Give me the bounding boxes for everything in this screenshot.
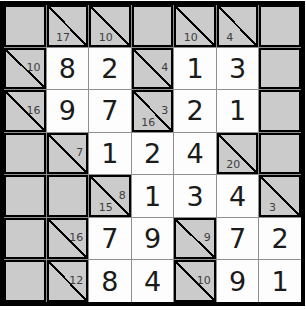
- cell-r1c2[interactable]: 2: [89, 48, 131, 90]
- entry-value: 2: [144, 138, 161, 169]
- entry-value: 7: [101, 95, 118, 126]
- cell-r6c6[interactable]: 1: [259, 260, 301, 302]
- entry-value: 4: [186, 138, 203, 169]
- clue-down-label: 15: [99, 202, 113, 214]
- clue-down-label: 10: [184, 32, 198, 44]
- clue-down-label: 17: [56, 32, 70, 44]
- cell-r5c4: 9: [174, 218, 216, 260]
- entry-value: 8: [59, 53, 76, 84]
- cell-r0c2: 10: [89, 5, 131, 47]
- cell-r6c3[interactable]: 4: [132, 260, 174, 302]
- cell-r3c3[interactable]: 2: [132, 133, 174, 175]
- cell-r3c0: [4, 133, 46, 175]
- clue-right-label: 3: [161, 105, 168, 117]
- entry-value: 2: [272, 223, 289, 254]
- clue-right-label: 8: [119, 190, 126, 202]
- clue-right-label: 16: [69, 232, 83, 244]
- cell-r0c0: [4, 5, 46, 47]
- entry-value: 1: [186, 53, 203, 84]
- cell-r4c3[interactable]: 1: [132, 175, 174, 217]
- kakuro-board: 1710104108241316971632171242015813431679…: [0, 1, 305, 306]
- cell-r0c3: [132, 5, 174, 47]
- cell-r2c6: [259, 90, 301, 132]
- entry-value: 2: [186, 95, 203, 126]
- cell-r2c2[interactable]: 7: [89, 90, 131, 132]
- cell-r5c5[interactable]: 7: [217, 218, 259, 260]
- clue-right-label: 7: [76, 147, 83, 159]
- cell-r6c2[interactable]: 8: [89, 260, 131, 302]
- cell-r6c4: 10: [174, 260, 216, 302]
- cell-r1c3: 4: [132, 48, 174, 90]
- cell-r4c1: [47, 175, 89, 217]
- cell-r0c1: 17: [47, 5, 89, 47]
- clue-right-label: 4: [161, 62, 168, 74]
- clue-down-label: 3: [269, 202, 276, 214]
- cell-r2c1[interactable]: 9: [47, 90, 89, 132]
- cell-r2c0: 16: [4, 90, 46, 132]
- cell-r4c5[interactable]: 4: [217, 175, 259, 217]
- cell-r3c2[interactable]: 1: [89, 133, 131, 175]
- clue-down-label: 10: [99, 32, 113, 44]
- cell-r1c4[interactable]: 1: [174, 48, 216, 90]
- cell-r1c6: [259, 48, 301, 90]
- cell-r0c6: [259, 5, 301, 47]
- cell-r6c5[interactable]: 9: [217, 260, 259, 302]
- cell-r4c2: 158: [89, 175, 131, 217]
- clue-right-label: 10: [27, 62, 41, 74]
- cell-r0c4: 10: [174, 5, 216, 47]
- clue-down-label: 20: [226, 159, 240, 171]
- entry-value: 1: [229, 95, 246, 126]
- clue-down-label: 4: [226, 32, 233, 44]
- cell-r5c1: 16: [47, 218, 89, 260]
- cell-r1c0: 10: [4, 48, 46, 90]
- cell-r6c1: 12: [47, 260, 89, 302]
- clue-down-label: 16: [141, 117, 155, 129]
- entry-value: 1: [272, 266, 289, 297]
- entry-value: 1: [101, 138, 118, 169]
- clue-right-label: 9: [204, 232, 211, 244]
- cell-r5c6[interactable]: 2: [259, 218, 301, 260]
- entry-value: 7: [229, 223, 246, 254]
- cell-r3c4[interactable]: 4: [174, 133, 216, 175]
- cell-r5c0: [4, 218, 46, 260]
- cell-r5c2[interactable]: 7: [89, 218, 131, 260]
- entry-value: 3: [229, 53, 246, 84]
- cell-r3c6: [259, 133, 301, 175]
- cell-r4c4[interactable]: 3: [174, 175, 216, 217]
- cell-r2c5[interactable]: 1: [217, 90, 259, 132]
- cell-r1c5[interactable]: 3: [217, 48, 259, 90]
- entry-value: 9: [59, 95, 76, 126]
- entry-value: 8: [101, 266, 118, 297]
- entry-value: 2: [101, 53, 118, 84]
- clue-right-label: 12: [69, 275, 83, 287]
- cell-r5c3[interactable]: 9: [132, 218, 174, 260]
- entry-value: 7: [101, 223, 118, 254]
- cell-r1c1[interactable]: 8: [47, 48, 89, 90]
- cell-r2c3: 163: [132, 90, 174, 132]
- cell-r0c5: 4: [217, 5, 259, 47]
- entry-value: 1: [144, 181, 161, 212]
- cell-r4c0: [4, 175, 46, 217]
- entry-value: 9: [229, 266, 246, 297]
- entry-value: 3: [186, 181, 203, 212]
- cell-r2c4[interactable]: 2: [174, 90, 216, 132]
- cell-r3c5: 20: [217, 133, 259, 175]
- entry-value: 4: [229, 181, 246, 212]
- clue-right-label: 10: [197, 275, 211, 287]
- entry-value: 9: [144, 223, 161, 254]
- cell-r3c1: 7: [47, 133, 89, 175]
- entry-value: 4: [144, 266, 161, 297]
- cell-r6c0: [4, 260, 46, 302]
- clue-right-label: 16: [27, 105, 41, 117]
- cell-r4c6: 3: [259, 175, 301, 217]
